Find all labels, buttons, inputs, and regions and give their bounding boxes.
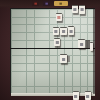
game-tile[interactable]: ≡ [78, 39, 85, 48]
tile-kanji-mark: ≡ [80, 7, 84, 13]
top-hud-chip-1[interactable]: ≡ [32, 1, 39, 6]
hand-tile[interactable]: ≡ [73, 91, 79, 100]
board-right-shadow [93, 9, 95, 94]
tile-shadow [67, 56, 70, 63]
game-tile[interactable]: ≡ [79, 5, 85, 14]
game-tile[interactable]: ≡ [60, 54, 67, 63]
tile-kanji-mark: ≡ [69, 28, 73, 34]
game-tile[interactable]: ≡ [68, 26, 74, 35]
game-tile[interactable]: ≡ [72, 5, 78, 13]
tile-kanji-mark: ≡ [57, 15, 61, 21]
top-hud-chip-2[interactable]: ≡ [43, 1, 50, 6]
tile-shadow [86, 40, 90, 49]
board-lighting-overlay [11, 9, 95, 94]
game-tile[interactable]: ≡ [60, 27, 66, 36]
game-tile[interactable]: ≡ [54, 38, 60, 46]
game-tile[interactable]: ≡ [53, 27, 59, 36]
game-board[interactable] [10, 8, 95, 94]
board-bottom-edge [11, 93, 95, 96]
top-hud-chip-3[interactable]: ≡ [54, 1, 68, 6]
tile-kanji-mark: ≡ [74, 94, 78, 100]
tile-kanji-mark: ≡ [55, 40, 59, 46]
tile-kanji-mark: ≡ [80, 41, 84, 47]
photo-background: ≡≡≡ ≡≡≡≡≡≡≡≡≡ ≡≡ [0, 0, 100, 100]
hand-tile[interactable]: ≡ [85, 91, 91, 100]
tile-kanji-mark: ≡ [73, 7, 77, 13]
tile-kanji-mark: ≡ [86, 94, 90, 100]
tile-kanji-mark: ≡ [54, 29, 58, 35]
tile-kanji-mark: ≡ [61, 29, 65, 35]
game-tile[interactable]: ≡ [56, 13, 62, 21]
tile-kanji-mark: ≡ [61, 56, 65, 62]
